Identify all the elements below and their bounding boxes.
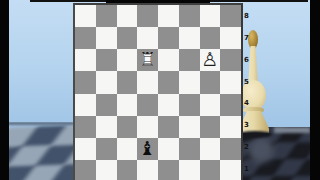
backdrop-left-checker-pattern <box>8 122 74 180</box>
video-frame: ♜♖♟♙♝ 87654321 <box>0 0 320 180</box>
square-f6 <box>179 49 200 71</box>
rank-label-6: 6 <box>242 49 251 71</box>
square-a2 <box>75 138 96 160</box>
square-f7 <box>179 27 200 49</box>
square-c6 <box>117 49 138 71</box>
square-h4 <box>220 94 241 116</box>
square-a4 <box>75 94 96 116</box>
white-pawn: ♙ <box>200 49 221 71</box>
square-c8 <box>117 5 138 27</box>
square-g2 <box>200 138 221 160</box>
square-f5 <box>179 71 200 93</box>
square-f2 <box>179 138 200 160</box>
horizon-line <box>8 122 74 125</box>
rank-label-4: 4 <box>242 93 251 115</box>
black-bishop: ♝ <box>137 138 158 160</box>
rank-label-5: 5 <box>242 71 251 93</box>
square-f3 <box>179 116 200 138</box>
square-e2 <box>158 138 179 160</box>
square-e1 <box>158 160 179 180</box>
square-d6: ♜♖ <box>137 49 158 71</box>
square-h1 <box>220 160 241 180</box>
square-d4 <box>137 94 158 116</box>
square-g7 <box>200 27 221 49</box>
square-d2: ♝ <box>137 138 158 160</box>
square-g4 <box>200 94 221 116</box>
square-d8 <box>137 5 158 27</box>
rank-labels: 87654321 <box>242 5 251 180</box>
letterbox-right-bar <box>310 0 320 180</box>
square-c7 <box>117 27 138 49</box>
white-rook: ♖ <box>137 49 158 71</box>
letterbox-left-bar <box>0 0 9 180</box>
square-h5 <box>220 71 241 93</box>
square-g6: ♟♙ <box>200 49 221 71</box>
square-g8 <box>200 5 221 27</box>
rank-label-3: 3 <box>242 114 251 136</box>
square-a7 <box>75 27 96 49</box>
square-a8 <box>75 5 96 27</box>
square-b3 <box>96 116 117 138</box>
square-b5 <box>96 71 117 93</box>
square-f8 <box>179 5 200 27</box>
square-d5 <box>137 71 158 93</box>
square-c5 <box>117 71 138 93</box>
square-e7 <box>158 27 179 49</box>
piece-reflection <box>248 137 274 163</box>
square-b4 <box>96 94 117 116</box>
square-e6 <box>158 49 179 71</box>
square-b7 <box>96 27 117 49</box>
backdrop-blurred-chessboard <box>8 122 74 180</box>
square-a5 <box>75 71 96 93</box>
square-h6 <box>220 49 241 71</box>
square-a1 <box>75 160 96 180</box>
square-h8 <box>220 5 241 27</box>
square-b6 <box>96 49 117 71</box>
rank-label-7: 7 <box>242 27 251 49</box>
square-b1 <box>96 160 117 180</box>
square-b8 <box>96 5 117 27</box>
square-c4 <box>117 94 138 116</box>
rank-label-2: 2 <box>242 136 251 158</box>
square-e8 <box>158 5 179 27</box>
square-b2 <box>96 138 117 160</box>
square-c3 <box>117 116 138 138</box>
chess-board: ♜♖♟♙♝ <box>73 3 243 180</box>
square-d7 <box>137 27 158 49</box>
square-h3 <box>220 116 241 138</box>
square-a6 <box>75 49 96 71</box>
square-a3 <box>75 116 96 138</box>
rank-label-8: 8 <box>242 5 251 27</box>
square-d3 <box>137 116 158 138</box>
board-edge-highlight <box>274 127 310 133</box>
square-d1 <box>137 160 158 180</box>
square-c1 <box>117 160 138 180</box>
square-h2 <box>220 138 241 160</box>
square-g1 <box>200 160 221 180</box>
square-f1 <box>179 160 200 180</box>
square-g5 <box>200 71 221 93</box>
square-c2 <box>117 138 138 160</box>
square-e3 <box>158 116 179 138</box>
square-h7 <box>220 27 241 49</box>
square-e4 <box>158 94 179 116</box>
square-e5 <box>158 71 179 93</box>
square-g3 <box>200 116 221 138</box>
square-f4 <box>179 94 200 116</box>
rank-label-1: 1 <box>242 158 251 180</box>
